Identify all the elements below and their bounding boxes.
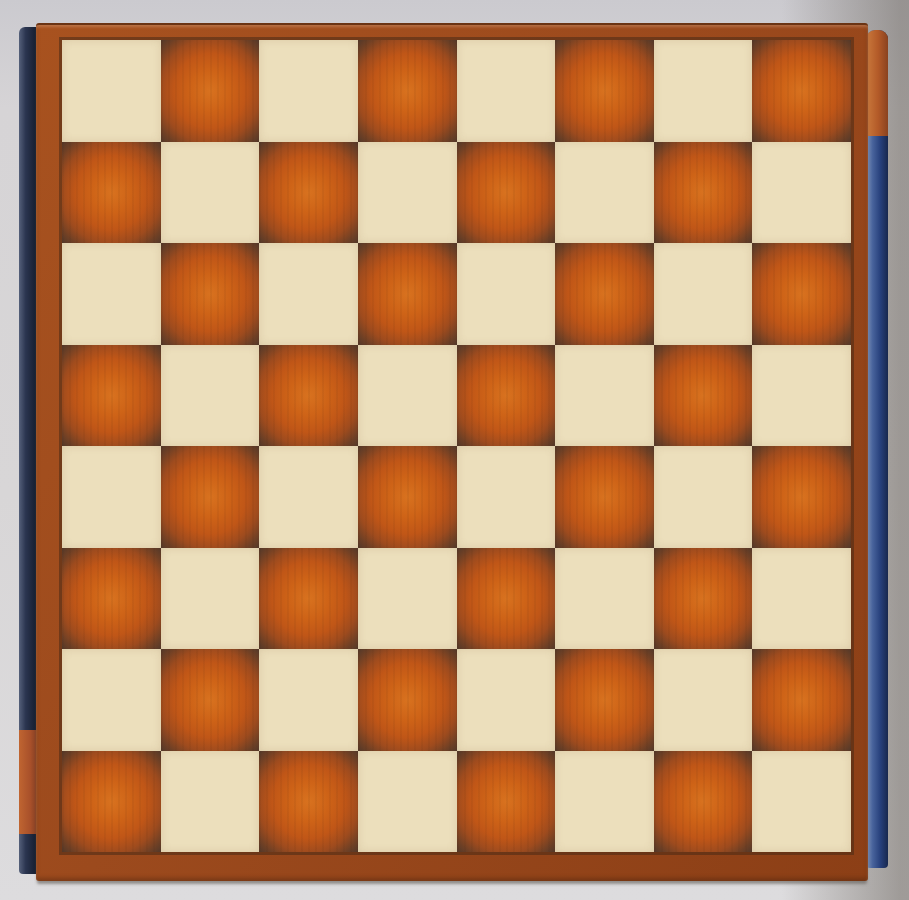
square-g6	[654, 243, 753, 345]
square-e6	[457, 243, 556, 345]
square-a6	[62, 243, 161, 345]
square-f4	[555, 446, 654, 548]
square-a3	[62, 548, 161, 650]
square-a5	[62, 345, 161, 447]
square-h6	[752, 243, 851, 345]
square-f7	[555, 142, 654, 244]
square-a8	[62, 40, 161, 142]
box-edge-right	[866, 30, 888, 868]
square-a4	[62, 446, 161, 548]
square-g2	[654, 649, 753, 751]
square-d5	[358, 345, 457, 447]
square-h4	[752, 446, 851, 548]
box-edge-right-orange-band	[866, 30, 888, 136]
square-d7	[358, 142, 457, 244]
square-f2	[555, 649, 654, 751]
square-g5	[654, 345, 753, 447]
square-b3	[161, 548, 260, 650]
square-c5	[259, 345, 358, 447]
square-h5	[752, 345, 851, 447]
square-d6	[358, 243, 457, 345]
square-b4	[161, 446, 260, 548]
square-h1	[752, 751, 851, 853]
square-g7	[654, 142, 753, 244]
square-f6	[555, 243, 654, 345]
square-e1	[457, 751, 556, 853]
square-d1	[358, 751, 457, 853]
square-f8	[555, 40, 654, 142]
square-e8	[457, 40, 556, 142]
square-h3	[752, 548, 851, 650]
square-c1	[259, 751, 358, 853]
square-b6	[161, 243, 260, 345]
square-b8	[161, 40, 260, 142]
square-b5	[161, 345, 260, 447]
square-d8	[358, 40, 457, 142]
square-c7	[259, 142, 358, 244]
square-c6	[259, 243, 358, 345]
square-d3	[358, 548, 457, 650]
square-g4	[654, 446, 753, 548]
square-c2	[259, 649, 358, 751]
board	[62, 40, 851, 852]
square-h8	[752, 40, 851, 142]
square-b7	[161, 142, 260, 244]
square-h7	[752, 142, 851, 244]
square-e5	[457, 345, 556, 447]
square-a7	[62, 142, 161, 244]
square-d4	[358, 446, 457, 548]
square-e7	[457, 142, 556, 244]
square-a1	[62, 751, 161, 853]
square-e4	[457, 446, 556, 548]
photo-scene	[0, 0, 909, 900]
square-c8	[259, 40, 358, 142]
square-f5	[555, 345, 654, 447]
square-e3	[457, 548, 556, 650]
square-g3	[654, 548, 753, 650]
square-a2	[62, 649, 161, 751]
square-b2	[161, 649, 260, 751]
square-f1	[555, 751, 654, 853]
square-h2	[752, 649, 851, 751]
square-c4	[259, 446, 358, 548]
square-f3	[555, 548, 654, 650]
square-e2	[457, 649, 556, 751]
square-b1	[161, 751, 260, 853]
square-g1	[654, 751, 753, 853]
square-c3	[259, 548, 358, 650]
square-g8	[654, 40, 753, 142]
square-d2	[358, 649, 457, 751]
